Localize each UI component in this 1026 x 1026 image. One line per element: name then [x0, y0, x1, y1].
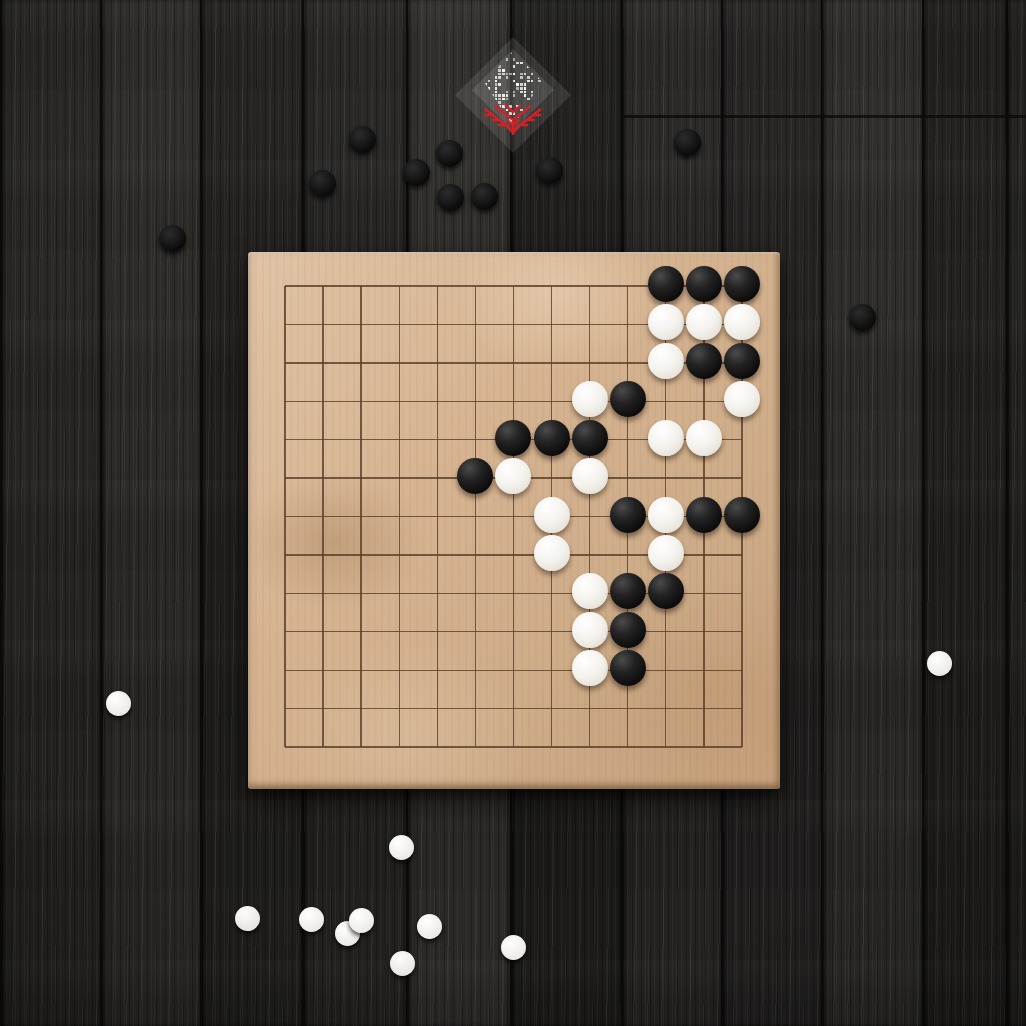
loose-white-stone[interactable]	[299, 907, 324, 932]
loose-white-stone[interactable]	[235, 906, 260, 931]
wood-grain-texture	[1008, 0, 1026, 1026]
white-stone[interactable]	[534, 497, 570, 533]
white-stone[interactable]	[572, 650, 608, 686]
qr-pixel	[498, 83, 501, 86]
black-stone[interactable]	[686, 343, 722, 379]
black-stone[interactable]	[610, 497, 646, 533]
qr-pixel	[531, 80, 534, 83]
white-stone[interactable]	[724, 381, 760, 417]
table-scene	[0, 0, 1026, 1026]
qr-pixel	[509, 73, 512, 76]
wood-plank	[100, 0, 202, 1026]
white-stone[interactable]	[534, 535, 570, 571]
qr-pixel	[502, 69, 505, 72]
grid-line-horizontal	[285, 631, 742, 632]
qr-pixel	[513, 94, 516, 97]
white-stone[interactable]	[648, 420, 684, 456]
qr-pixel	[516, 62, 519, 65]
loose-black-stone[interactable]	[309, 170, 336, 197]
qr-pixel	[495, 80, 498, 83]
white-stone[interactable]	[648, 497, 684, 533]
plank-seam-horizontal	[621, 115, 1026, 118]
loose-white-stone[interactable]	[390, 951, 415, 976]
grid-line-horizontal	[285, 670, 742, 671]
black-stone[interactable]	[534, 420, 570, 456]
black-stone[interactable]	[686, 497, 722, 533]
qr-pixel	[502, 94, 505, 97]
qr-pixel	[531, 73, 534, 76]
qr-pixel	[520, 91, 523, 94]
qr-pixel	[531, 51, 534, 54]
black-stone[interactable]	[724, 343, 760, 379]
qr-pixel	[506, 91, 509, 94]
white-stone[interactable]	[648, 343, 684, 379]
black-stone[interactable]	[572, 420, 608, 456]
black-stone[interactable]	[610, 573, 646, 609]
qr-pixel	[538, 58, 541, 61]
qr-pixel	[498, 73, 501, 76]
wood-plank	[922, 0, 1008, 1026]
folk-ornament-icon	[483, 101, 543, 139]
qr-pixel	[495, 94, 498, 97]
wood-plank	[1006, 0, 1026, 1026]
qr-pixel	[538, 51, 541, 54]
loose-white-stone[interactable]	[349, 908, 374, 933]
loose-black-stone[interactable]	[437, 184, 464, 211]
qr-pixel	[495, 87, 498, 90]
qr-pixel	[520, 62, 523, 65]
qr-pixel	[495, 76, 498, 79]
qr-logo	[453, 35, 573, 160]
loose-white-stone[interactable]	[417, 914, 442, 939]
black-stone[interactable]	[648, 573, 684, 609]
loose-black-stone[interactable]	[471, 183, 498, 210]
loose-white-stone[interactable]	[927, 651, 952, 676]
qr-pixel	[513, 73, 516, 76]
qr-pixel	[513, 80, 516, 83]
qr-pixel	[513, 65, 516, 68]
wood-grain-texture	[823, 0, 924, 1026]
qr-pixel	[538, 80, 541, 83]
qr-pixel	[531, 91, 534, 94]
go-board[interactable]	[248, 252, 780, 789]
loose-black-stone[interactable]	[403, 159, 430, 186]
qr-pixel	[527, 80, 530, 83]
white-stone[interactable]	[648, 535, 684, 571]
qr-pixel	[495, 91, 498, 94]
qr-pixel	[498, 94, 501, 97]
qr-pixel	[524, 87, 527, 90]
loose-black-stone[interactable]	[436, 140, 463, 167]
loose-white-stone[interactable]	[106, 691, 131, 716]
white-stone[interactable]	[572, 458, 608, 494]
wood-plank	[821, 0, 924, 1026]
qr-pixel	[513, 91, 516, 94]
qr-pixel	[506, 94, 509, 97]
wood-grain-texture	[102, 0, 202, 1026]
white-stone[interactable]	[495, 458, 531, 494]
qr-pixel	[520, 87, 523, 90]
qr-pixel	[498, 76, 501, 79]
qr-pixel	[524, 83, 527, 86]
loose-white-stone[interactable]	[501, 935, 526, 960]
wood-grain-texture	[2, 0, 102, 1026]
black-stone[interactable]	[610, 650, 646, 686]
qr-pixel	[516, 87, 519, 90]
grid-line-horizontal	[285, 708, 742, 709]
qr-pixel	[520, 76, 523, 79]
white-stone[interactable]	[572, 573, 608, 609]
loose-white-stone[interactable]	[389, 835, 414, 860]
black-stone[interactable]	[724, 497, 760, 533]
black-stone[interactable]	[648, 266, 684, 302]
qr-pixel	[506, 76, 509, 79]
black-stone[interactable]	[610, 612, 646, 648]
qr-pixel	[516, 83, 519, 86]
black-stone[interactable]	[724, 266, 760, 302]
black-stone[interactable]	[495, 420, 531, 456]
qr-pixel	[513, 58, 516, 61]
qr-pixel	[520, 73, 523, 76]
white-stone[interactable]	[686, 304, 722, 340]
grid-line-horizontal	[285, 746, 742, 747]
qr-pixel	[495, 83, 498, 86]
loose-black-stone[interactable]	[849, 304, 876, 331]
white-stone[interactable]	[724, 304, 760, 340]
qr-pixel	[524, 94, 527, 97]
qr-pixel	[534, 51, 537, 54]
qr-pixel	[506, 73, 509, 76]
qr-pixel	[534, 55, 537, 58]
qr-pixel	[506, 58, 509, 61]
qr-pixel	[520, 83, 523, 86]
qr-pixel	[527, 76, 530, 79]
qr-pixel	[524, 73, 527, 76]
loose-black-stone[interactable]	[674, 129, 701, 156]
qr-pixel	[502, 73, 505, 76]
qr-pixel	[484, 51, 487, 54]
loose-black-stone[interactable]	[536, 157, 563, 184]
wood-plank	[0, 0, 102, 1026]
white-stone[interactable]	[572, 381, 608, 417]
loose-black-stone[interactable]	[159, 225, 186, 252]
black-stone[interactable]	[686, 266, 722, 302]
white-stone[interactable]	[686, 420, 722, 456]
white-stone[interactable]	[648, 304, 684, 340]
black-stone[interactable]	[457, 458, 493, 494]
qr-pixel	[488, 80, 491, 83]
white-stone[interactable]	[572, 612, 608, 648]
qr-pixel	[498, 69, 501, 72]
loose-black-stone[interactable]	[349, 126, 376, 153]
wood-grain-texture	[924, 0, 1008, 1026]
qr-pixel	[524, 91, 527, 94]
black-stone[interactable]	[610, 381, 646, 417]
